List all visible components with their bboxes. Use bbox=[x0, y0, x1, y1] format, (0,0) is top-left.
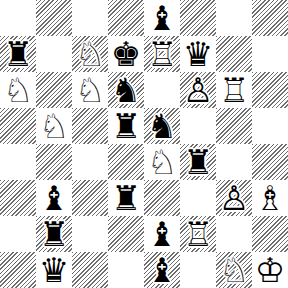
square-d3[interactable]: ♜ bbox=[108, 180, 144, 216]
white-king: ♔ bbox=[255, 252, 285, 288]
square-h6[interactable] bbox=[252, 72, 288, 108]
white-knight: ♘ bbox=[147, 144, 177, 180]
black-knight: ♞ bbox=[111, 72, 141, 108]
black-queen: ♛ bbox=[39, 252, 69, 288]
square-f2[interactable]: ♖ bbox=[180, 216, 216, 252]
square-b6[interactable] bbox=[36, 72, 72, 108]
square-g6[interactable]: ♖ bbox=[216, 72, 252, 108]
square-c2[interactable] bbox=[72, 216, 108, 252]
square-c1[interactable] bbox=[72, 252, 108, 288]
square-a4[interactable] bbox=[0, 144, 36, 180]
square-b3[interactable]: ♝ bbox=[36, 180, 72, 216]
square-c3[interactable] bbox=[72, 180, 108, 216]
square-d5[interactable]: ♜ bbox=[108, 108, 144, 144]
square-d6[interactable]: ♞ bbox=[108, 72, 144, 108]
square-d1[interactable] bbox=[108, 252, 144, 288]
black-knight: ♞ bbox=[147, 108, 177, 144]
black-bishop: ♝ bbox=[147, 252, 177, 288]
square-h3[interactable]: ♗ bbox=[252, 180, 288, 216]
square-b2[interactable]: ♜ bbox=[36, 216, 72, 252]
square-b5[interactable]: ♘ bbox=[36, 108, 72, 144]
square-f8[interactable] bbox=[180, 0, 216, 36]
square-a7[interactable]: ♜ bbox=[0, 36, 36, 72]
square-e2[interactable]: ♝ bbox=[144, 216, 180, 252]
white-knight: ♘ bbox=[219, 252, 249, 288]
square-g5[interactable] bbox=[216, 108, 252, 144]
square-e7[interactable]: ♖ bbox=[144, 36, 180, 72]
square-f7[interactable]: ♛ bbox=[180, 36, 216, 72]
black-bishop: ♝ bbox=[39, 180, 69, 216]
square-a8[interactable] bbox=[0, 0, 36, 36]
square-h4[interactable] bbox=[252, 144, 288, 180]
square-f1[interactable] bbox=[180, 252, 216, 288]
square-e5[interactable]: ♞ bbox=[144, 108, 180, 144]
white-knight: ♘ bbox=[3, 72, 33, 108]
square-e3[interactable] bbox=[144, 180, 180, 216]
square-a3[interactable] bbox=[0, 180, 36, 216]
square-e8[interactable]: ♝ bbox=[144, 0, 180, 36]
square-f4[interactable]: ♜ bbox=[180, 144, 216, 180]
square-a1[interactable] bbox=[0, 252, 36, 288]
black-queen: ♛ bbox=[183, 36, 213, 72]
square-c5[interactable] bbox=[72, 108, 108, 144]
white-pawn: ♙ bbox=[183, 72, 213, 108]
square-a2[interactable] bbox=[0, 216, 36, 252]
white-knight: ♘ bbox=[39, 108, 69, 144]
chess-board: ♝♜♘♚♖♛♘♘♞♙♖♘♜♞♘♜♝♜♙♗♜♝♖♛♝♘♔ bbox=[0, 0, 288, 288]
white-pawn: ♙ bbox=[219, 180, 249, 216]
white-rook: ♖ bbox=[147, 36, 177, 72]
square-c8[interactable] bbox=[72, 0, 108, 36]
square-d8[interactable] bbox=[108, 0, 144, 36]
square-f3[interactable] bbox=[180, 180, 216, 216]
square-h8[interactable] bbox=[252, 0, 288, 36]
black-bishop: ♝ bbox=[147, 216, 177, 252]
square-g2[interactable] bbox=[216, 216, 252, 252]
square-f6[interactable]: ♙ bbox=[180, 72, 216, 108]
white-rook: ♖ bbox=[183, 216, 213, 252]
square-g4[interactable] bbox=[216, 144, 252, 180]
square-a5[interactable] bbox=[0, 108, 36, 144]
square-b1[interactable]: ♛ bbox=[36, 252, 72, 288]
square-d4[interactable] bbox=[108, 144, 144, 180]
square-g3[interactable]: ♙ bbox=[216, 180, 252, 216]
black-king: ♚ bbox=[111, 36, 141, 72]
white-knight: ♘ bbox=[75, 72, 105, 108]
square-h2[interactable] bbox=[252, 216, 288, 252]
square-a6[interactable]: ♘ bbox=[0, 72, 36, 108]
square-e4[interactable]: ♘ bbox=[144, 144, 180, 180]
black-bishop: ♝ bbox=[147, 0, 177, 36]
square-c7[interactable]: ♘ bbox=[72, 36, 108, 72]
black-rook: ♜ bbox=[3, 36, 33, 72]
black-rook: ♜ bbox=[111, 180, 141, 216]
square-d7[interactable]: ♚ bbox=[108, 36, 144, 72]
square-b8[interactable] bbox=[36, 0, 72, 36]
square-h1[interactable]: ♔ bbox=[252, 252, 288, 288]
square-e1[interactable]: ♝ bbox=[144, 252, 180, 288]
white-rook: ♖ bbox=[219, 72, 249, 108]
square-e6[interactable] bbox=[144, 72, 180, 108]
chess-diagram: ♝♜♘♚♖♛♘♘♞♙♖♘♜♞♘♜♝♜♙♗♜♝♖♛♝♘♔ bbox=[0, 0, 288, 288]
square-h7[interactable] bbox=[252, 36, 288, 72]
square-b7[interactable] bbox=[36, 36, 72, 72]
black-rook: ♜ bbox=[183, 144, 213, 180]
square-b4[interactable] bbox=[36, 144, 72, 180]
square-g7[interactable] bbox=[216, 36, 252, 72]
square-c6[interactable]: ♘ bbox=[72, 72, 108, 108]
white-knight: ♘ bbox=[75, 36, 105, 72]
square-d2[interactable] bbox=[108, 216, 144, 252]
square-h5[interactable] bbox=[252, 108, 288, 144]
black-rook: ♜ bbox=[39, 216, 69, 252]
square-g8[interactable] bbox=[216, 0, 252, 36]
square-g1[interactable]: ♘ bbox=[216, 252, 252, 288]
square-f5[interactable] bbox=[180, 108, 216, 144]
white-bishop: ♗ bbox=[255, 180, 285, 216]
square-c4[interactable] bbox=[72, 144, 108, 180]
black-rook: ♜ bbox=[111, 108, 141, 144]
